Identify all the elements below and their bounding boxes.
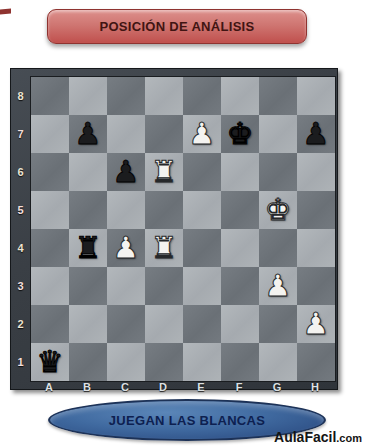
white-pawn-h2[interactable]: ♟ <box>303 305 330 343</box>
chess-board: 87654321 ♟♟♚♟♟♜♚♜♟♜♟♟♛ ABCDEFGH <box>10 68 338 390</box>
white-king-g5[interactable]: ♚ <box>265 191 292 229</box>
file-label-c: C <box>106 381 144 393</box>
file-label-e: E <box>182 381 220 393</box>
square-c6[interactable]: ♟ <box>107 153 145 191</box>
square-d3[interactable] <box>145 267 183 305</box>
file-label-a: A <box>30 381 68 393</box>
square-f2[interactable] <box>221 305 259 343</box>
square-c3[interactable] <box>107 267 145 305</box>
file-labels: ABCDEFGH <box>30 381 334 391</box>
square-g6[interactable] <box>259 153 297 191</box>
analysis-banner-label: POSICIÓN DE ANÁLISIS <box>99 19 254 34</box>
white-pawn-c4[interactable]: ♟ <box>113 229 140 267</box>
square-g4[interactable] <box>259 229 297 267</box>
black-rook-b4[interactable]: ♜ <box>75 229 102 267</box>
board-squares: ♟♟♚♟♟♜♚♜♟♜♟♟♛ <box>30 76 336 382</box>
square-a3[interactable] <box>31 267 69 305</box>
square-c8[interactable] <box>107 77 145 115</box>
square-a2[interactable] <box>31 305 69 343</box>
square-h5[interactable] <box>297 191 335 229</box>
square-h2[interactable]: ♟ <box>297 305 335 343</box>
rank-labels: 87654321 <box>11 77 30 381</box>
square-g7[interactable] <box>259 115 297 153</box>
square-a7[interactable] <box>31 115 69 153</box>
square-e6[interactable] <box>183 153 221 191</box>
square-h7[interactable]: ♟ <box>297 115 335 153</box>
file-label-b: B <box>68 381 106 393</box>
rank-label-1: 1 <box>11 343 30 381</box>
turn-banner-label: JUEGAN LAS BLANCAS <box>109 413 265 428</box>
rank-label-7: 7 <box>11 115 30 153</box>
square-a1[interactable]: ♛ <box>31 343 69 381</box>
square-d1[interactable] <box>145 343 183 381</box>
square-g5[interactable]: ♚ <box>259 191 297 229</box>
square-d8[interactable] <box>145 77 183 115</box>
square-c4[interactable]: ♟ <box>107 229 145 267</box>
rank-label-6: 6 <box>11 153 30 191</box>
white-rook-d6[interactable]: ♜ <box>151 153 178 191</box>
square-h1[interactable] <box>297 343 335 381</box>
white-rook-d4[interactable]: ♜ <box>151 229 178 267</box>
square-f3[interactable] <box>221 267 259 305</box>
file-label-f: F <box>220 381 258 393</box>
square-f6[interactable] <box>221 153 259 191</box>
file-label-d: D <box>144 381 182 393</box>
square-h8[interactable] <box>297 77 335 115</box>
square-e5[interactable] <box>183 191 221 229</box>
square-h6[interactable] <box>297 153 335 191</box>
square-b4[interactable]: ♜ <box>69 229 107 267</box>
square-c1[interactable] <box>107 343 145 381</box>
square-e1[interactable] <box>183 343 221 381</box>
left-edge-accent <box>0 8 11 14</box>
watermark-suffix: .com <box>336 432 362 444</box>
square-c7[interactable] <box>107 115 145 153</box>
file-label-g: G <box>258 381 296 393</box>
square-b6[interactable] <box>69 153 107 191</box>
black-pawn-h7[interactable]: ♟ <box>303 115 330 153</box>
rank-label-3: 3 <box>11 267 30 305</box>
square-f8[interactable] <box>221 77 259 115</box>
square-b2[interactable] <box>69 305 107 343</box>
square-g3[interactable]: ♟ <box>259 267 297 305</box>
square-a4[interactable] <box>31 229 69 267</box>
square-e8[interactable] <box>183 77 221 115</box>
square-g8[interactable] <box>259 77 297 115</box>
square-e4[interactable] <box>183 229 221 267</box>
black-pawn-c6[interactable]: ♟ <box>113 153 140 191</box>
square-a8[interactable] <box>31 77 69 115</box>
square-f7[interactable]: ♚ <box>221 115 259 153</box>
black-queen-a1[interactable]: ♛ <box>37 343 64 381</box>
square-d2[interactable] <box>145 305 183 343</box>
square-b7[interactable]: ♟ <box>69 115 107 153</box>
black-king-f7[interactable]: ♚ <box>227 115 254 153</box>
watermark-brand: AulaFacil <box>274 429 336 445</box>
square-c5[interactable] <box>107 191 145 229</box>
file-label-h: H <box>296 381 334 393</box>
square-a5[interactable] <box>31 191 69 229</box>
square-c2[interactable] <box>107 305 145 343</box>
white-pawn-g3[interactable]: ♟ <box>265 267 292 305</box>
black-pawn-b7[interactable]: ♟ <box>75 115 102 153</box>
square-e3[interactable] <box>183 267 221 305</box>
rank-label-4: 4 <box>11 229 30 267</box>
watermark: AulaFacil.com <box>274 428 362 446</box>
white-pawn-e7[interactable]: ♟ <box>189 115 216 153</box>
analysis-banner: POSICIÓN DE ANÁLISIS <box>47 9 307 44</box>
square-b1[interactable] <box>69 343 107 381</box>
rank-label-5: 5 <box>11 191 30 229</box>
square-h4[interactable] <box>297 229 335 267</box>
rank-label-8: 8 <box>11 77 30 115</box>
square-d7[interactable] <box>145 115 183 153</box>
square-e7[interactable]: ♟ <box>183 115 221 153</box>
square-a6[interactable] <box>31 153 69 191</box>
square-b8[interactable] <box>69 77 107 115</box>
square-h3[interactable] <box>297 267 335 305</box>
square-g1[interactable] <box>259 343 297 381</box>
square-g2[interactable] <box>259 305 297 343</box>
square-f4[interactable] <box>221 229 259 267</box>
square-f5[interactable] <box>221 191 259 229</box>
square-d5[interactable] <box>145 191 183 229</box>
square-d4[interactable]: ♜ <box>145 229 183 267</box>
rank-label-2: 2 <box>11 305 30 343</box>
square-e2[interactable] <box>183 305 221 343</box>
square-b3[interactable] <box>69 267 107 305</box>
square-f1[interactable] <box>221 343 259 381</box>
square-d6[interactable]: ♜ <box>145 153 183 191</box>
square-b5[interactable] <box>69 191 107 229</box>
